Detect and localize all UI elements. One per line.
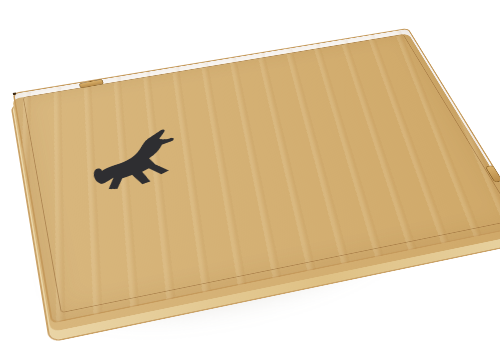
board-frame-line (23, 34, 500, 313)
horse-race-game-photo (0, 0, 500, 346)
game-board (13, 28, 500, 324)
right-edge-latch[interactable] (485, 165, 500, 182)
board-surface (13, 28, 500, 324)
